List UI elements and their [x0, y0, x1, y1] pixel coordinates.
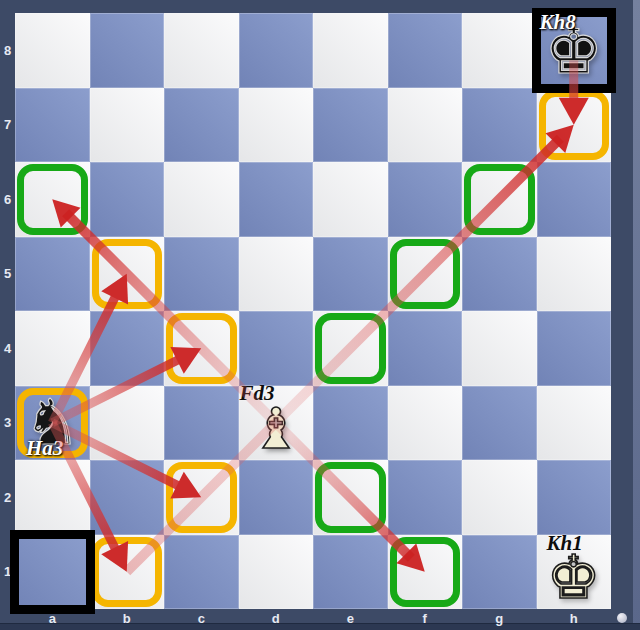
square-b2[interactable] [90, 460, 165, 535]
square-e3[interactable] [313, 386, 388, 461]
yellow-highlight-c4 [166, 313, 237, 384]
square-e4[interactable] [313, 311, 388, 386]
chess-board: ♚Kh8♞Ha3♝Fd3♚Kh1 [15, 13, 611, 609]
square-b7[interactable] [90, 88, 165, 163]
square-d5[interactable] [239, 237, 314, 312]
file-label-e: e [313, 609, 388, 628]
square-h6[interactable] [537, 162, 612, 237]
square-c2[interactable] [164, 460, 239, 535]
white-bishop-piece[interactable]: ♝ [239, 386, 314, 461]
square-g1[interactable] [462, 535, 537, 610]
square-f2[interactable] [388, 460, 463, 535]
square-h8[interactable]: ♚Kh8 [537, 13, 612, 88]
green-highlight-e4 [315, 313, 386, 384]
square-e2[interactable] [313, 460, 388, 535]
square-c5[interactable] [164, 237, 239, 312]
square-a7[interactable] [15, 88, 90, 163]
square-c4[interactable] [164, 311, 239, 386]
square-e5[interactable] [313, 237, 388, 312]
black-knight-piece[interactable]: ♞ [15, 386, 90, 461]
square-c6[interactable] [164, 162, 239, 237]
rank-label-6: 6 [0, 162, 15, 237]
square-d4[interactable] [239, 311, 314, 386]
green-highlight-e2 [315, 462, 386, 533]
rank-label-3: 3 [0, 386, 15, 461]
square-e8[interactable] [313, 13, 388, 88]
square-g3[interactable] [462, 386, 537, 461]
square-f6[interactable] [388, 162, 463, 237]
square-a6[interactable] [15, 162, 90, 237]
square-c1[interactable] [164, 535, 239, 610]
square-g8[interactable] [462, 13, 537, 88]
square-b3[interactable] [90, 386, 165, 461]
square-h3[interactable] [537, 386, 612, 461]
square-c7[interactable] [164, 88, 239, 163]
square-f3[interactable] [388, 386, 463, 461]
black-king-piece[interactable]: ♚ [537, 13, 612, 88]
rank-label-8: 8 [0, 13, 15, 88]
window-right-edge [633, 0, 640, 630]
square-b8[interactable] [90, 13, 165, 88]
file-label-c: c [164, 609, 239, 628]
white-king-piece[interactable]: ♚ [537, 535, 612, 610]
square-h5[interactable] [537, 237, 612, 312]
rank-label-7: 7 [0, 88, 15, 163]
file-labels: abcdefgh [15, 609, 611, 628]
square-g4[interactable] [462, 311, 537, 386]
file-label-h: h [537, 609, 612, 628]
rank-labels: 87654321 [0, 13, 15, 609]
green-highlight-g6 [464, 164, 535, 235]
square-f8[interactable] [388, 13, 463, 88]
rank-label-1: 1 [0, 535, 15, 610]
square-h4[interactable] [537, 311, 612, 386]
square-g5[interactable] [462, 237, 537, 312]
square-b5[interactable] [90, 237, 165, 312]
green-highlight-f5 [390, 239, 461, 310]
square-h2[interactable] [537, 460, 612, 535]
square-d8[interactable] [239, 13, 314, 88]
rank-label-5: 5 [0, 237, 15, 312]
square-d3[interactable]: ♝Fd3 [239, 386, 314, 461]
square-g6[interactable] [462, 162, 537, 237]
square-g7[interactable] [462, 88, 537, 163]
square-a1[interactable] [15, 535, 90, 610]
rank-label-4: 4 [0, 311, 15, 386]
square-d2[interactable] [239, 460, 314, 535]
file-label-b: b [90, 609, 165, 628]
square-f7[interactable] [388, 88, 463, 163]
square-d6[interactable] [239, 162, 314, 237]
square-f5[interactable] [388, 237, 463, 312]
square-b6[interactable] [90, 162, 165, 237]
file-label-d: d [239, 609, 314, 628]
square-g2[interactable] [462, 460, 537, 535]
square-f4[interactable] [388, 311, 463, 386]
file-label-f: f [388, 609, 463, 628]
square-c8[interactable] [164, 13, 239, 88]
square-a4[interactable] [15, 311, 90, 386]
yellow-highlight-b1 [92, 537, 163, 608]
square-h1[interactable]: ♚Kh1 [537, 535, 612, 610]
square-a5[interactable] [15, 237, 90, 312]
black-frame-a1 [10, 530, 95, 615]
square-c3[interactable] [164, 386, 239, 461]
square-f1[interactable] [388, 535, 463, 610]
square-b4[interactable] [90, 311, 165, 386]
yellow-highlight-h7 [539, 90, 610, 161]
green-highlight-f1 [390, 537, 461, 608]
square-e6[interactable] [313, 162, 388, 237]
square-a8[interactable] [15, 13, 90, 88]
square-e7[interactable] [313, 88, 388, 163]
rank-label-2: 2 [0, 460, 15, 535]
file-label-g: g [462, 609, 537, 628]
square-a3[interactable]: ♞Ha3 [15, 386, 90, 461]
square-d1[interactable] [239, 535, 314, 610]
square-h7[interactable] [537, 88, 612, 163]
resize-handle-dot[interactable] [617, 613, 627, 623]
square-e1[interactable] [313, 535, 388, 610]
yellow-highlight-c2 [166, 462, 237, 533]
square-a2[interactable] [15, 460, 90, 535]
square-b1[interactable] [90, 535, 165, 610]
square-d7[interactable] [239, 88, 314, 163]
green-highlight-a6 [17, 164, 88, 235]
yellow-highlight-b5 [92, 239, 163, 310]
chess-lesson-board: 87654321 abcdefgh ♚Kh8♞Ha3♝Fd3♚Kh1 [0, 0, 640, 630]
file-label-a: a [15, 609, 90, 628]
